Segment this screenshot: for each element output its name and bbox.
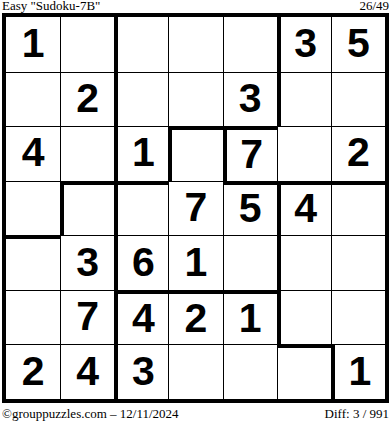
cell-r2c2-region-A: 2	[60, 72, 114, 127]
cell-r1c1-region-A: 1	[6, 17, 60, 72]
cell-r3c4-region-C[interactable]	[168, 126, 222, 181]
puzzle-title: Easy "Sudoku-7B"	[2, 0, 100, 13]
cell-r2c3-region-B[interactable]	[114, 72, 168, 127]
cell-r4c1-region-A[interactable]	[6, 181, 60, 236]
cell-r1c5-region-B[interactable]	[223, 17, 277, 72]
cell-r3c6-region-D[interactable]	[277, 126, 331, 181]
cell-r2c5-region-B: 3	[223, 72, 277, 127]
cell-r7c1-region-E: 2	[6, 344, 60, 399]
cell-r3c5-region-D: 7	[223, 126, 277, 181]
cell-r7c6-region-F[interactable]	[277, 344, 331, 399]
cell-r6c7-region-G[interactable]	[331, 290, 385, 345]
cell-r3c7-region-D: 2	[331, 126, 385, 181]
cell-r6c5-region-F: 1	[223, 290, 277, 345]
cell-r3c1-region-A: 4	[6, 126, 60, 181]
cell-r7c7-region-G: 1	[331, 344, 385, 399]
cell-r4c3-region-C[interactable]	[114, 181, 168, 236]
cell-r2c6-region-D[interactable]	[277, 72, 331, 127]
footer: ©grouppuzzles.com – 12/11/2024 Diff: 3 /…	[2, 406, 389, 422]
difficulty-label: Diff: 3 / 991	[325, 406, 389, 422]
cell-r6c4-region-F: 2	[168, 290, 222, 345]
cell-r1c6-region-D: 3	[277, 17, 331, 72]
cell-r6c6-region-G[interactable]	[277, 290, 331, 345]
cell-r2c4-region-B[interactable]	[168, 72, 222, 127]
cell-r4c5-region-C: 5	[223, 181, 277, 236]
cell-r5c5-region-C[interactable]	[223, 235, 277, 290]
cell-r4c2-region-E[interactable]	[60, 181, 114, 236]
cell-r7c3-region-F: 3	[114, 344, 168, 399]
cell-r2c7-region-D[interactable]	[331, 72, 385, 127]
cell-r4c6-region-G: 4	[277, 181, 331, 236]
cell-r6c1-region-E[interactable]	[6, 290, 60, 345]
cell-r6c3-region-F: 4	[114, 290, 168, 345]
cell-r5c1-region-E[interactable]	[6, 235, 60, 290]
cell-r4c7-region-G[interactable]	[331, 181, 385, 236]
cell-r5c7-region-G[interactable]	[331, 235, 385, 290]
cell-r7c4-region-F[interactable]	[168, 344, 222, 399]
cell-r2c1-region-A[interactable]	[6, 72, 60, 127]
cell-r7c2-region-E: 4	[60, 344, 114, 399]
header: Easy "Sudoku-7B" 26/49	[2, 0, 389, 13]
cell-r4c4-region-C: 7	[168, 181, 222, 236]
cell-r3c3-region-B: 1	[114, 126, 168, 181]
cell-r7c5-region-F[interactable]	[223, 344, 277, 399]
cell-r5c2-region-E: 3	[60, 235, 114, 290]
cell-r1c7-region-D: 5	[331, 17, 385, 72]
cell-r5c3-region-C: 6	[114, 235, 168, 290]
givens-counter: 26/49	[359, 0, 389, 13]
cell-r5c4-region-C: 1	[168, 235, 222, 290]
cell-r1c4-region-B[interactable]	[168, 17, 222, 72]
cell-r3c2-region-A[interactable]	[60, 126, 114, 181]
cell-r1c2-region-A[interactable]	[60, 17, 114, 72]
cell-r6c2-region-E: 7	[60, 290, 114, 345]
cell-r1c3-region-B[interactable]	[114, 17, 168, 72]
cell-r5c6-region-G[interactable]	[277, 235, 331, 290]
copyright-date: ©grouppuzzles.com – 12/11/2024	[2, 406, 179, 422]
sudoku-board: 13523417275436174212431	[2, 13, 389, 403]
